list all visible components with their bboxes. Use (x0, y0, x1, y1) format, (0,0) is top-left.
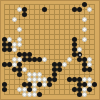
black-stone (42, 7, 47, 12)
white-stone (82, 27, 87, 32)
white-stone (82, 17, 87, 22)
star-point (79, 19, 80, 20)
black-stone (82, 2, 87, 7)
white-stone (67, 57, 72, 62)
white-stone (42, 57, 47, 62)
black-stone (57, 67, 62, 72)
black-stone (77, 7, 82, 12)
white-stone (17, 27, 22, 32)
star-point (19, 19, 20, 20)
white-stone (87, 7, 92, 12)
black-stone (92, 82, 97, 87)
black-stone (22, 12, 27, 17)
white-stone (82, 92, 87, 97)
white-stone (12, 17, 17, 22)
black-stone (2, 87, 7, 92)
white-stone (62, 62, 67, 67)
last-move-marker (79, 54, 81, 56)
star-point (49, 19, 50, 20)
black-stone (87, 67, 92, 72)
white-stone (12, 47, 17, 52)
black-stone (17, 72, 22, 77)
star-point (19, 79, 20, 80)
black-stone (37, 92, 42, 97)
black-stone (52, 77, 57, 82)
white-stone (22, 67, 27, 72)
white-stone (82, 37, 87, 42)
star-point (49, 49, 50, 50)
star-point (19, 49, 20, 50)
white-stone (17, 42, 22, 47)
black-stone (87, 87, 92, 92)
go-board[interactable] (0, 0, 100, 100)
black-stone (47, 82, 52, 87)
